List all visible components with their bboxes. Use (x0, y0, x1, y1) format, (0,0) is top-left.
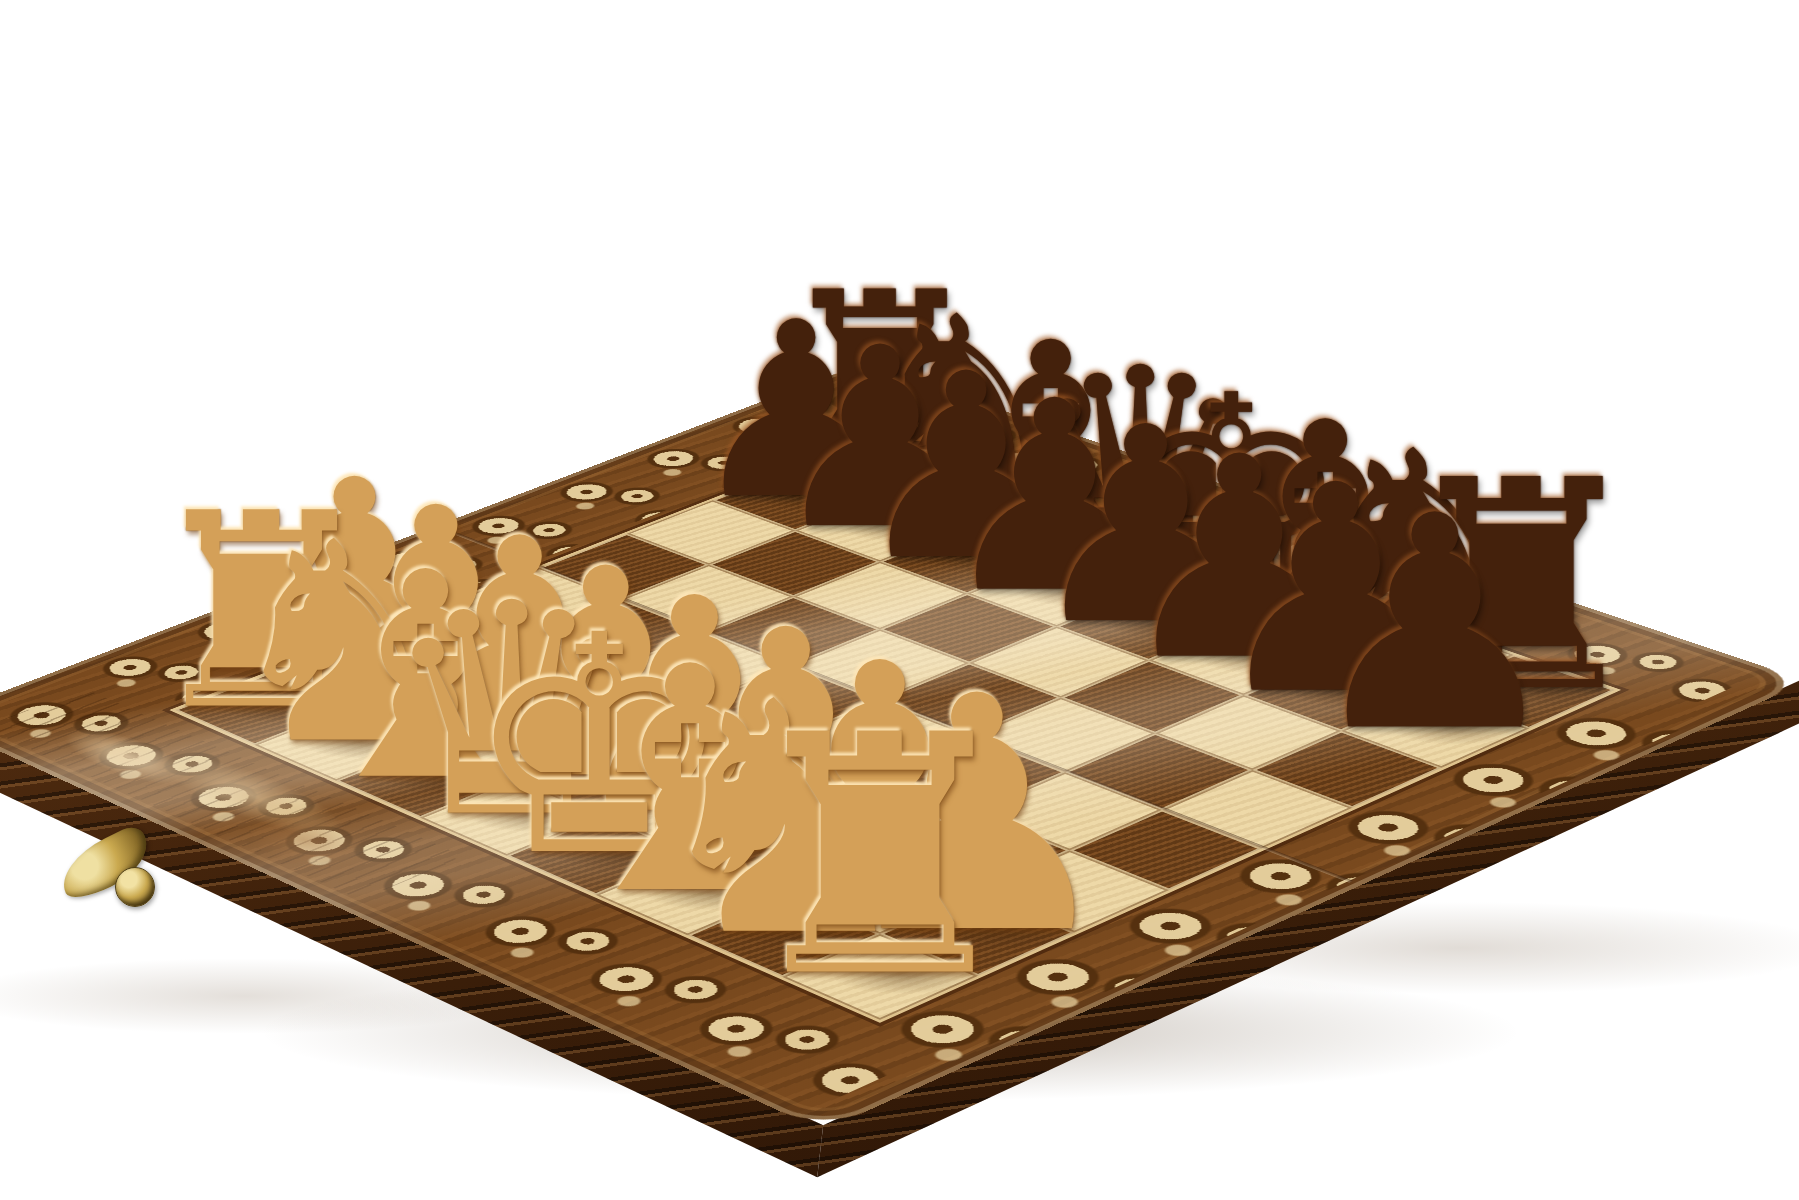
piece-black-pawn-h7[interactable]: ♟ (1303, 477, 1567, 771)
brass-clasp-knob (115, 867, 155, 907)
chess-photo-scene: ♜♟♞♟♝♟♛♟♟♚♜♟♟♝♞♟♟♞♝♟♟♜♛♟♟♚♟♝♟♞♟♜ (0, 0, 1799, 1200)
piece-white-rook-h1[interactable]: ♜ (732, 693, 1028, 1023)
